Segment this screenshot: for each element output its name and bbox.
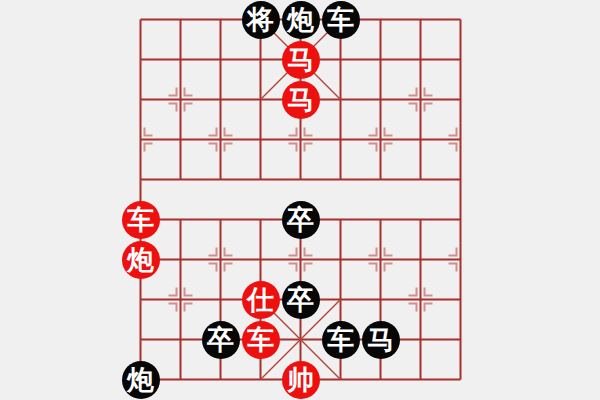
piece-red-cannon[interactable]: 炮 — [122, 241, 160, 279]
piece-black-cannon[interactable]: 炮 — [282, 1, 320, 39]
piece-black-soldier[interactable]: 卒 — [202, 321, 240, 359]
piece-red-advisor[interactable]: 仕 — [242, 281, 280, 319]
piece-black-cannon[interactable]: 炮 — [122, 361, 160, 399]
piece-red-chariot[interactable]: 车 — [242, 321, 280, 359]
piece-black-general[interactable]: 将 — [242, 1, 280, 39]
xiangqi-board: 将炮车马马车卒炮仕卒卒车车马炮帅 — [0, 0, 600, 400]
piece-black-soldier[interactable]: 卒 — [282, 281, 320, 319]
piece-black-chariot[interactable]: 车 — [322, 1, 360, 39]
piece-red-horse[interactable]: 马 — [282, 41, 320, 79]
piece-red-general[interactable]: 帅 — [282, 361, 320, 399]
piece-red-horse[interactable]: 马 — [282, 81, 320, 119]
piece-black-chariot[interactable]: 车 — [322, 321, 360, 359]
piece-layer: 将炮车马马车卒炮仕卒卒车车马炮帅 — [121, 0, 481, 400]
piece-red-chariot[interactable]: 车 — [122, 201, 160, 239]
piece-black-soldier[interactable]: 卒 — [282, 201, 320, 239]
piece-black-horse[interactable]: 马 — [362, 321, 400, 359]
